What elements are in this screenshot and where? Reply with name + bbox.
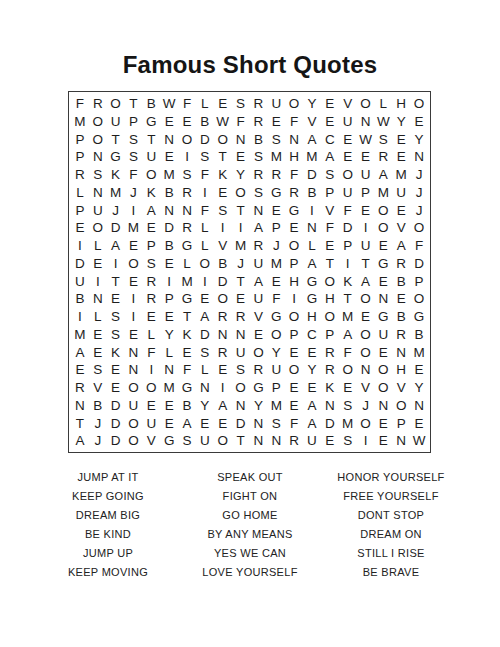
grid-cell-r7-c17: E [357,202,375,220]
grid-cell-r17-c6: M [160,379,178,397]
grid-cell-r15-c7: E [178,344,196,362]
grid-cell-r9-c9: V [214,237,232,255]
grid-cell-r12-c8: E [196,290,214,308]
grid-cell-r12-c4: I [125,290,143,308]
grid-cell-r7-c8: F [196,202,214,220]
grid-cell-r3-c3: T [107,131,125,149]
grid-cell-r20-c18: E [374,432,392,450]
grid-cell-r1-c15: E [321,95,339,113]
grid-cell-r18-c19: O [392,397,410,415]
grid-cell-r5-c17: U [357,166,375,184]
grid-cell-r6-c2: N [89,184,107,202]
grid-cell-r19-c16: M [339,415,357,433]
grid-cell-r2-c4: P [125,113,143,131]
grid-cell-r4-c4: S [125,148,143,166]
grid-cell-r3-c6: N [160,131,178,149]
grid-cell-r13-c7: T [178,308,196,326]
grid-cell-r7-c12: E [267,202,285,220]
grid-cell-r11-c15: O [321,273,339,291]
grid-cell-r20-c12: N [267,432,285,450]
grid-cell-r19-c18: E [374,415,392,433]
grid-cell-r17-c12: P [267,379,285,397]
grid-cell-r8-c20: O [410,219,428,237]
grid-cell-r15-c20: M [410,344,428,362]
grid-cell-r10-c16: I [339,255,357,273]
grid-cell-r7-c2: U [89,202,107,220]
grid-cell-r3-c17: W [357,131,375,149]
grid-cell-r17-c11: G [250,379,268,397]
grid-cell-r2-c14: V [303,113,321,131]
grid-cell-r7-c6: N [160,202,178,220]
grid-cell-r12-c1: B [71,290,89,308]
grid-cell-r10-c20: D [410,255,428,273]
grid-cell-r8-c12: P [267,219,285,237]
grid-cell-r3-c16: E [339,131,357,149]
grid-cell-r19-c15: D [321,415,339,433]
grid-cell-r10-c10: J [232,255,250,273]
grid-cell-r4-c1: P [71,148,89,166]
grid-cell-r10-c3: I [107,255,125,273]
grid-cell-r4-c3: G [107,148,125,166]
word-item: LOVE YOURSELF [170,563,330,582]
grid-cell-r18-c17: J [357,397,375,415]
grid-cell-r18-c7: B [178,397,196,415]
grid-cell-r13-c4: I [125,308,143,326]
grid-cell-r15-c5: F [142,344,160,362]
grid-cell-r8-c7: R [178,219,196,237]
grid-cell-r20-c13: R [285,432,303,450]
grid-cell-r5-c7: S [178,166,196,184]
grid-cell-r17-c14: E [303,379,321,397]
grid-cell-r15-c17: O [357,344,375,362]
grid-cell-r1-c3: O [107,95,125,113]
grid-cell-r2-c12: E [267,113,285,131]
grid-cell-r19-c9: E [214,415,232,433]
grid-cell-r14-c8: D [196,326,214,344]
grid-cell-r16-c18: O [374,361,392,379]
grid-cell-r3-c14: A [303,131,321,149]
grid-cell-r2-c3: U [107,113,125,131]
grid-cell-r9-c6: B [160,237,178,255]
grid-cell-r2-c1: M [71,113,89,131]
grid-cell-r11-c11: A [250,273,268,291]
grid-cell-r7-c15: V [321,202,339,220]
grid-cell-r6-c15: P [321,184,339,202]
grid-cell-r1-c13: O [285,95,303,113]
grid-cell-r18-c16: S [339,397,357,415]
grid-cell-r14-c16: A [339,326,357,344]
grid-cell-r12-c7: G [178,290,196,308]
grid-cell-r8-c11: A [250,219,268,237]
grid-cell-r2-c19: Y [392,113,410,131]
grid-cell-r14-c18: U [374,326,392,344]
grid-cell-r2-c17: N [357,113,375,131]
grid-cell-r17-c3: E [107,379,125,397]
grid-cell-r3-c9: O [214,131,232,149]
grid-cell-r5-c16: O [339,166,357,184]
grid-cell-r13-c16: M [339,308,357,326]
grid-cell-r17-c9: I [214,379,232,397]
grid-cell-r12-c5: R [142,290,160,308]
grid-cell-r12-c2: N [89,290,107,308]
grid-cell-r3-c5: T [142,131,160,149]
grid-cell-r17-c18: O [374,379,392,397]
grid-cell-r20-c19: N [392,432,410,450]
grid-cell-r6-c6: B [160,184,178,202]
grid-cell-r14-c17: O [357,326,375,344]
grid-cell-r7-c19: E [392,202,410,220]
grid-cell-r20-c16: S [339,432,357,450]
grid-cell-r16-c11: R [250,361,268,379]
grid-cell-r15-c12: Y [267,344,285,362]
grid-cell-r1-c14: Y [303,95,321,113]
grid-cell-r8-c10: I [232,219,250,237]
grid-cell-r11-c14: G [303,273,321,291]
grid-cell-r16-c7: F [178,361,196,379]
grid-cell-r18-c11: Y [250,397,268,415]
grid-cell-r17-c17: V [357,379,375,397]
grid-cell-r7-c3: J [107,202,125,220]
grid-cell-r12-c9: O [214,290,232,308]
grid-cell-r5-c1: R [71,166,89,184]
grid-cell-r1-c20: O [410,95,428,113]
grid-cell-r14-c3: S [107,326,125,344]
grid-cell-r12-c10: E [232,290,250,308]
grid-cell-r6-c9: E [214,184,232,202]
grid-cell-r12-c12: F [267,290,285,308]
grid-cell-r2-c18: W [374,113,392,131]
grid-cell-r15-c11: O [250,344,268,362]
grid-cell-r17-c16: E [339,379,357,397]
grid-cell-r5-c11: R [250,166,268,184]
grid-cell-r16-c17: N [357,361,375,379]
grid-cell-r5-c10: Y [232,166,250,184]
grid-cell-r10-c11: U [250,255,268,273]
grid-cell-r14-c1: M [71,326,89,344]
grid-cell-r6-c4: J [125,184,143,202]
grid-cell-r5-c12: R [267,166,285,184]
grid-cell-r10-c1: D [71,255,89,273]
grid-cell-r17-c1: R [71,379,89,397]
page-title: Famous Short Quotes [0,51,500,79]
grid-cell-r16-c10: S [232,361,250,379]
grid-cell-r9-c17: U [357,237,375,255]
grid-cell-r14-c7: K [178,326,196,344]
grid-cell-r19-c3: D [107,415,125,433]
grid-cell-r2-c7: E [178,113,196,131]
grid-cell-r10-c8: O [196,255,214,273]
grid-cell-r17-c10: O [232,379,250,397]
grid-cell-r7-c4: I [125,202,143,220]
grid-cell-r3-c19: E [392,131,410,149]
grid-cell-r10-c6: E [160,255,178,273]
grid-cell-r18-c1: N [71,397,89,415]
grid-cell-r12-c16: T [339,290,357,308]
grid-cell-r19-c19: P [392,415,410,433]
grid-cell-r2-c9: W [214,113,232,131]
grid-cell-r13-c1: I [71,308,89,326]
grid-cell-r18-c5: E [142,397,160,415]
grid-cell-r9-c1: I [71,237,89,255]
grid-cell-r14-c6: Y [160,326,178,344]
grid-cell-r7-c10: T [232,202,250,220]
grid-cell-r3-c8: D [196,131,214,149]
grid-cell-r6-c5: K [142,184,160,202]
grid-cell-r2-c15: E [321,113,339,131]
grid-cell-r13-c14: H [303,308,321,326]
grid-cell-r16-c8: L [196,361,214,379]
grid-cell-r8-c17: I [357,219,375,237]
grid-cell-r9-c12: J [267,237,285,255]
grid-cell-r6-c12: G [267,184,285,202]
grid-cell-r20-c1: A [71,432,89,450]
grid-cell-r2-c6: E [160,113,178,131]
grid-cell-r4-c8: S [196,148,214,166]
grid-cell-r4-c18: R [374,148,392,166]
grid-cell-r7-c1: P [71,202,89,220]
word-item: HONOR YOURSELF [311,468,471,487]
word-item: GO HOME [170,506,330,525]
word-item: BE KIND [28,525,188,544]
grid-cell-r8-c14: N [303,219,321,237]
grid-cell-r5-c15: S [321,166,339,184]
grid-cell-r15-c13: E [285,344,303,362]
grid-cell-r4-c10: E [232,148,250,166]
grid-cell-r15-c2: E [89,344,107,362]
grid-cell-r20-c2: J [89,432,107,450]
word-item: KEEP MOVING [28,563,188,582]
grid-cell-r4-c7: I [178,148,196,166]
grid-cell-r13-c19: B [392,308,410,326]
grid-cell-r11-c1: U [71,273,89,291]
word-item: JUMP UP [28,544,188,563]
grid-cell-r4-c20: N [410,148,428,166]
grid-cell-r16-c19: H [392,361,410,379]
grid-cell-r12-c17: O [357,290,375,308]
grid-cell-r7-c20: J [410,202,428,220]
grid-cell-r9-c5: P [142,237,160,255]
grid-cell-r4-c12: M [267,148,285,166]
grid-cell-r13-c10: R [232,308,250,326]
grid-cell-r19-c2: J [89,415,107,433]
grid-cell-r9-c18: E [374,237,392,255]
grid-cell-r4-c15: A [321,148,339,166]
grid-cell-r16-c4: N [125,361,143,379]
grid-cell-r19-c4: O [125,415,143,433]
grid-cell-r1-c1: F [71,95,89,113]
grid-cell-r3-c7: O [178,131,196,149]
grid-cell-r13-c9: R [214,308,232,326]
grid-cell-r18-c12: M [267,397,285,415]
grid-cell-r4-c2: N [89,148,107,166]
grid-cell-r8-c18: O [374,219,392,237]
grid-cell-r11-c7: M [178,273,196,291]
grid-cell-r16-c15: R [321,361,339,379]
grid-cell-r15-c1: A [71,344,89,362]
grid-cell-r7-c16: F [339,202,357,220]
grid-cell-r17-c5: O [142,379,160,397]
grid-cell-r4-c19: E [392,148,410,166]
grid-cell-r8-c15: F [321,219,339,237]
grid-cell-r12-c20: O [410,290,428,308]
grid-cell-r19-c8: E [196,415,214,433]
grid-cell-r18-c15: N [321,397,339,415]
grid-cell-r3-c10: N [232,131,250,149]
grid-cell-r15-c19: N [392,344,410,362]
grid-cell-r14-c11: E [250,326,268,344]
grid-cell-r20-c10: T [232,432,250,450]
grid-cell-r14-c2: E [89,326,107,344]
grid-cell-r6-c17: P [357,184,375,202]
grid-cell-r13-c20: G [410,308,428,326]
grid-cell-r13-c15: O [321,308,339,326]
grid-cell-r2-c20: E [410,113,428,131]
grid-cell-r10-c7: L [178,255,196,273]
grid-cell-r7-c7: N [178,202,196,220]
grid-cell-r3-c13: N [285,131,303,149]
grid-cell-r4-c13: H [285,148,303,166]
grid-cell-r13-c13: O [285,308,303,326]
grid-cell-r16-c16: O [339,361,357,379]
grid-cell-r16-c1: E [71,361,89,379]
word-item: KEEP GOING [28,487,188,506]
grid-cell-r8-c19: V [392,219,410,237]
grid-cell-r9-c20: F [410,237,428,255]
grid-cell-r13-c3: S [107,308,125,326]
grid-cell-r1-c17: O [357,95,375,113]
grid-cell-r10-c18: G [374,255,392,273]
word-item: STILL I RISE [311,544,471,563]
grid-cell-r18-c18: N [374,397,392,415]
letter-grid: FROTBWFLESRUOYEVOLHOMOUPGEEBWFREFVEUNWYE… [68,91,431,453]
grid-cell-r10-c17: T [357,255,375,273]
grid-cell-r14-c10: N [232,326,250,344]
grid-cell-r20-c4: O [125,432,143,450]
grid-cell-r3-c2: O [89,131,107,149]
grid-cell-r2-c11: R [250,113,268,131]
grid-cell-r20-c9: O [214,432,232,450]
grid-cell-r10-c9: B [214,255,232,273]
grid-cell-r9-c10: M [232,237,250,255]
grid-cell-r16-c9: E [214,361,232,379]
grid-cell-r16-c14: Y [303,361,321,379]
grid-cell-r16-c5: I [142,361,160,379]
grid-cell-r6-c1: L [71,184,89,202]
grid-cell-r18-c20: N [410,397,428,415]
grid-cell-r8-c9: I [214,219,232,237]
grid-cell-r7-c18: O [374,202,392,220]
grid-cell-r12-c19: E [392,290,410,308]
grid-cell-r7-c9: S [214,202,232,220]
word-item: SPEAK OUT [170,468,330,487]
grid-cell-r19-c5: U [142,415,160,433]
grid-cell-r15-c3: K [107,344,125,362]
grid-cell-r18-c2: B [89,397,107,415]
grid-cell-r4-c16: E [339,148,357,166]
grid-cell-r12-c13: I [285,290,303,308]
grid-cell-r19-c6: E [160,415,178,433]
grid-cell-r8-c6: D [160,219,178,237]
grid-cell-r12-c14: G [303,290,321,308]
word-item: JUMP AT IT [28,468,188,487]
grid-cell-r8-c13: E [285,219,303,237]
word-list-column-2: SPEAK OUTFIGHT ONGO HOMEBY ANY MEANSYES … [170,468,330,582]
grid-cell-r20-c6: G [160,432,178,450]
word-item: DREAM BIG [28,506,188,525]
grid-cell-r6-c7: R [178,184,196,202]
grid-cell-r19-c7: A [178,415,196,433]
grid-cell-r3-c4: S [125,131,143,149]
grid-cell-r19-c13: F [285,415,303,433]
grid-cell-r1-c9: E [214,95,232,113]
grid-cell-r2-c2: O [89,113,107,131]
word-list-column-1: JUMP AT ITKEEP GOINGDREAM BIGBE KINDJUMP… [28,468,188,582]
grid-cell-r8-c1: E [71,219,89,237]
grid-cell-r14-c5: L [142,326,160,344]
grid-cell-r13-c12: G [267,308,285,326]
grid-cell-r5-c20: J [410,166,428,184]
grid-cell-r14-c9: N [214,326,232,344]
grid-cell-r17-c4: O [125,379,143,397]
grid-cell-r1-c12: U [267,95,285,113]
grid-cell-r9-c14: L [303,237,321,255]
grid-cell-r5-c6: M [160,166,178,184]
grid-cell-r9-c15: E [321,237,339,255]
grid-cell-r11-c18: E [374,273,392,291]
grid-cell-r16-c20: E [410,361,428,379]
grid-cell-r12-c3: E [107,290,125,308]
grid-cell-r14-c15: P [321,326,339,344]
grid-cell-r4-c6: E [160,148,178,166]
grid-cell-r17-c8: N [196,379,214,397]
grid-cell-r12-c11: U [250,290,268,308]
grid-cell-r2-c16: U [339,113,357,131]
grid-cell-r19-c1: T [71,415,89,433]
grid-cell-r18-c8: Y [196,397,214,415]
grid-cell-r20-c5: V [142,432,160,450]
grid-cell-r15-c9: R [214,344,232,362]
grid-cell-r5-c3: K [107,166,125,184]
grid-cell-r4-c11: S [250,148,268,166]
grid-cell-r6-c11: S [250,184,268,202]
grid-cell-r9-c19: A [392,237,410,255]
grid-cell-r16-c2: S [89,361,107,379]
grid-cell-r1-c4: T [125,95,143,113]
grid-cell-r16-c3: E [107,361,125,379]
grid-cell-r11-c12: E [267,273,285,291]
grid-cell-r20-c8: U [196,432,214,450]
grid-cell-r11-c17: A [357,273,375,291]
grid-cell-r10-c12: M [267,255,285,273]
grid-cell-r11-c10: T [232,273,250,291]
grid-cell-r5-c19: M [392,166,410,184]
grid-cell-r1-c11: R [250,95,268,113]
grid-cell-r15-c4: N [125,344,143,362]
grid-cell-r11-c13: H [285,273,303,291]
grid-cell-r5-c9: K [214,166,232,184]
grid-cell-r11-c20: P [410,273,428,291]
grid-cell-r3-c20: Y [410,131,428,149]
grid-cell-r6-c13: R [285,184,303,202]
grid-cell-r15-c18: E [374,344,392,362]
grid-cell-r8-c8: L [196,219,214,237]
grid-cell-r3-c15: C [321,131,339,149]
grid-cell-r4-c9: T [214,148,232,166]
grid-cell-r13-c8: A [196,308,214,326]
grid-cell-r17-c2: V [89,379,107,397]
grid-cell-r13-c11: V [250,308,268,326]
grid-cell-r5-c13: F [285,166,303,184]
